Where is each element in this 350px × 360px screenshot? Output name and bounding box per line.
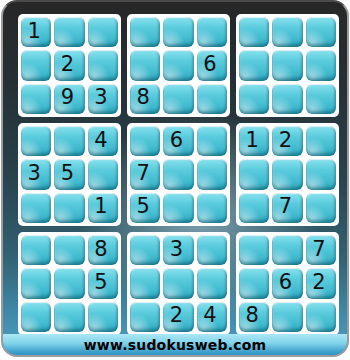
sudoku-cell[interactable] (88, 50, 118, 80)
given-digit: 5 (94, 272, 107, 293)
board-frame: 1293684351675127853247628 www.sudokusweb… (1, 0, 349, 357)
sudoku-cell[interactable]: 6 (272, 268, 302, 298)
sudoku-cell[interactable] (239, 50, 269, 80)
sudoku-cell[interactable] (197, 126, 227, 156)
sudoku-cell[interactable] (272, 50, 302, 80)
sudoku-cell[interactable] (54, 268, 84, 298)
sudoku-cell[interactable]: 8 (130, 84, 160, 114)
sudoku-cell[interactable]: 7 (130, 159, 160, 189)
sudoku-box (236, 14, 339, 117)
website-url: www.sudokusweb.com (84, 337, 267, 353)
sudoku-cell[interactable] (272, 159, 302, 189)
sudoku-cell[interactable]: 3 (21, 159, 51, 189)
sudoku-cell[interactable] (88, 17, 118, 47)
sudoku-cell[interactable] (197, 84, 227, 114)
sudoku-cell[interactable] (306, 302, 336, 332)
sudoku-cell[interactable] (272, 235, 302, 265)
given-digit: 3 (170, 239, 183, 260)
given-digit: 2 (170, 305, 183, 326)
sudoku-cell[interactable] (54, 235, 84, 265)
sudoku-cell[interactable] (163, 17, 193, 47)
sudoku-cell[interactable]: 1 (88, 193, 118, 223)
given-digit: 7 (136, 163, 149, 184)
sudoku-cell[interactable]: 4 (88, 126, 118, 156)
sudoku-cell[interactable] (272, 84, 302, 114)
sudoku-cell[interactable]: 2 (272, 126, 302, 156)
sudoku-cell[interactable]: 8 (88, 235, 118, 265)
sudoku-cell[interactable]: 9 (54, 84, 84, 114)
sudoku-cell[interactable] (272, 302, 302, 332)
sudoku-box: 1293 (18, 14, 121, 117)
sudoku-cell[interactable] (54, 17, 84, 47)
sudoku-cell[interactable]: 8 (239, 302, 269, 332)
sudoku-box: 675 (127, 123, 230, 226)
sudoku-cell[interactable] (306, 84, 336, 114)
sudoku-board: 1293684351675127853247628 (18, 14, 339, 335)
given-digit: 2 (61, 54, 74, 75)
given-digit: 6 (170, 130, 183, 151)
sudoku-cell[interactable] (54, 193, 84, 223)
sudoku-cell[interactable] (239, 84, 269, 114)
given-digit: 8 (245, 305, 258, 326)
sudoku-cell[interactable]: 5 (54, 159, 84, 189)
sudoku-cell[interactable] (163, 50, 193, 80)
sudoku-cell[interactable] (130, 17, 160, 47)
sudoku-cell[interactable] (130, 126, 160, 156)
sudoku-cell[interactable]: 6 (197, 50, 227, 80)
sudoku-cell[interactable] (21, 268, 51, 298)
given-digit: 2 (312, 272, 325, 293)
sudoku-cell[interactable]: 4 (197, 302, 227, 332)
given-digit: 7 (312, 239, 325, 260)
sudoku-box: 85 (18, 232, 121, 335)
sudoku-cell[interactable] (163, 159, 193, 189)
given-digit: 6 (203, 54, 216, 75)
sudoku-cell[interactable]: 5 (130, 193, 160, 223)
sudoku-cell[interactable]: 1 (239, 126, 269, 156)
sudoku-cell[interactable] (239, 159, 269, 189)
given-digit: 4 (203, 305, 216, 326)
sudoku-cell[interactable]: 2 (163, 302, 193, 332)
sudoku-cell[interactable] (21, 50, 51, 80)
sudoku-cell[interactable]: 3 (163, 235, 193, 265)
sudoku-box: 324 (127, 232, 230, 335)
sudoku-cell[interactable]: 2 (54, 50, 84, 80)
sudoku-box: 127 (236, 123, 339, 226)
sudoku-app: 1293684351675127853247628 www.sudokusweb… (0, 0, 350, 360)
sudoku-cell[interactable] (306, 193, 336, 223)
sudoku-cell[interactable] (21, 302, 51, 332)
sudoku-cell[interactable] (197, 235, 227, 265)
sudoku-cell[interactable] (21, 84, 51, 114)
sudoku-cell[interactable] (197, 159, 227, 189)
sudoku-cell[interactable] (306, 50, 336, 80)
given-digit: 3 (27, 163, 40, 184)
given-digit: 5 (61, 163, 74, 184)
sudoku-cell[interactable] (88, 302, 118, 332)
sudoku-cell[interactable] (130, 235, 160, 265)
sudoku-cell[interactable] (239, 268, 269, 298)
sudoku-cell[interactable] (197, 17, 227, 47)
given-digit: 1 (27, 21, 40, 42)
given-digit: 7 (279, 196, 292, 217)
given-digit: 8 (136, 87, 149, 108)
sudoku-cell[interactable] (21, 235, 51, 265)
sudoku-cell[interactable]: 7 (272, 193, 302, 223)
sudoku-cell[interactable] (272, 17, 302, 47)
given-digit: 5 (136, 196, 149, 217)
sudoku-cell[interactable] (197, 268, 227, 298)
sudoku-cell[interactable] (21, 193, 51, 223)
given-digit: 1 (245, 130, 258, 151)
sudoku-cell[interactable]: 5 (88, 268, 118, 298)
sudoku-cell[interactable] (21, 126, 51, 156)
sudoku-cell[interactable] (163, 268, 193, 298)
given-digit: 8 (94, 239, 107, 260)
given-digit: 4 (94, 130, 107, 151)
sudoku-cell[interactable] (306, 159, 336, 189)
sudoku-cell[interactable] (239, 17, 269, 47)
sudoku-cell[interactable] (239, 235, 269, 265)
given-digit: 2 (279, 130, 292, 151)
given-digit: 1 (94, 196, 107, 217)
sudoku-cell[interactable]: 3 (88, 84, 118, 114)
sudoku-cell[interactable] (54, 126, 84, 156)
sudoku-box: 4351 (18, 123, 121, 226)
given-digit: 9 (61, 87, 74, 108)
sudoku-cell[interactable] (88, 159, 118, 189)
sudoku-cell[interactable] (197, 193, 227, 223)
sudoku-cell[interactable]: 2 (306, 268, 336, 298)
sudoku-cell[interactable] (306, 17, 336, 47)
sudoku-cell[interactable] (163, 84, 193, 114)
sudoku-cell[interactable] (239, 193, 269, 223)
sudoku-cell[interactable] (306, 126, 336, 156)
sudoku-cell[interactable] (130, 302, 160, 332)
sudoku-cell[interactable]: 6 (163, 126, 193, 156)
sudoku-box: 68 (127, 14, 230, 117)
sudoku-cell[interactable]: 7 (306, 235, 336, 265)
sudoku-cell[interactable]: 1 (21, 17, 51, 47)
given-digit: 3 (94, 87, 107, 108)
footer-band: www.sudokusweb.com (3, 334, 347, 355)
sudoku-cell[interactable] (130, 50, 160, 80)
given-digit: 6 (279, 272, 292, 293)
sudoku-cell[interactable] (130, 268, 160, 298)
sudoku-cell[interactable] (54, 302, 84, 332)
sudoku-box: 7628 (236, 232, 339, 335)
sudoku-cell[interactable] (163, 193, 193, 223)
